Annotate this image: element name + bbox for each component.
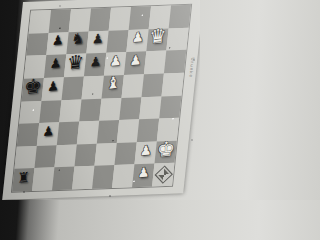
square-f5[interactable] bbox=[77, 121, 99, 144]
black-pawn[interactable]: ♟ bbox=[85, 54, 106, 69]
square-e6[interactable] bbox=[59, 99, 81, 122]
white-pawn[interactable]: ♟ bbox=[128, 30, 149, 45]
square-a3[interactable] bbox=[129, 6, 151, 29]
square-d6[interactable] bbox=[62, 76, 84, 99]
square-h1[interactable] bbox=[152, 163, 174, 186]
square-a6[interactable] bbox=[69, 8, 91, 31]
square-c3[interactable]: ♟ bbox=[124, 51, 146, 74]
square-b5[interactable]: ♟ bbox=[86, 30, 108, 53]
square-a8[interactable] bbox=[29, 10, 51, 33]
black-pawn[interactable]: ♟ bbox=[48, 33, 69, 48]
black-rook[interactable]: ♜ bbox=[13, 169, 34, 185]
square-d3[interactable] bbox=[122, 74, 144, 97]
square-d7[interactable]: ♟ bbox=[42, 77, 64, 100]
square-h4[interactable] bbox=[92, 165, 114, 188]
square-e1[interactable] bbox=[159, 95, 181, 118]
square-b4[interactable] bbox=[106, 30, 128, 53]
square-e3[interactable] bbox=[119, 97, 141, 120]
square-h2[interactable]: ♟ bbox=[132, 164, 154, 187]
black-pawn[interactable]: ♟ bbox=[43, 78, 64, 93]
square-e8[interactable] bbox=[19, 100, 41, 123]
board-grid: ♟♞♟♟♛♟♛♟♟♟♚♟♝♟♟♚♜♟ bbox=[11, 4, 192, 193]
square-d8[interactable]: ♚ bbox=[22, 78, 44, 101]
square-d1[interactable] bbox=[162, 73, 184, 96]
white-king[interactable]: ♚ bbox=[156, 138, 177, 160]
square-g4[interactable] bbox=[94, 143, 116, 166]
square-e4[interactable] bbox=[99, 97, 121, 120]
white-pawn[interactable]: ♟ bbox=[105, 53, 126, 68]
board-edge-text: Drueke bbox=[188, 57, 195, 78]
black-king[interactable]: ♚ bbox=[23, 75, 44, 97]
square-c6[interactable]: ♛ bbox=[64, 54, 86, 77]
square-h3[interactable] bbox=[112, 165, 134, 188]
square-f2[interactable] bbox=[137, 119, 159, 142]
square-g8[interactable] bbox=[14, 146, 36, 169]
square-d5[interactable] bbox=[82, 76, 104, 99]
square-f8[interactable] bbox=[17, 123, 39, 146]
white-pawn[interactable]: ♟ bbox=[133, 165, 154, 180]
black-pawn[interactable]: ♟ bbox=[88, 31, 109, 46]
square-g7[interactable] bbox=[34, 145, 56, 168]
square-h8[interactable]: ♜ bbox=[12, 168, 34, 191]
black-pawn[interactable]: ♟ bbox=[45, 56, 66, 71]
square-d4[interactable]: ♝ bbox=[102, 75, 124, 98]
square-f7[interactable]: ♟ bbox=[37, 122, 59, 145]
square-h6[interactable] bbox=[52, 167, 74, 190]
square-a7[interactable] bbox=[49, 9, 71, 32]
white-pawn[interactable]: ♟ bbox=[136, 142, 157, 157]
square-h5[interactable] bbox=[72, 166, 94, 189]
square-g2[interactable]: ♟ bbox=[134, 141, 156, 164]
square-g1[interactable]: ♚ bbox=[154, 140, 176, 163]
square-f6[interactable] bbox=[57, 122, 79, 145]
square-f3[interactable] bbox=[117, 119, 139, 142]
square-e7[interactable] bbox=[39, 100, 61, 123]
square-b3[interactable]: ♟ bbox=[126, 29, 148, 52]
square-d2[interactable] bbox=[142, 73, 164, 96]
white-queen[interactable]: ♛ bbox=[147, 26, 168, 47]
square-b2[interactable]: ♛ bbox=[146, 28, 168, 51]
square-a4[interactable] bbox=[109, 7, 131, 30]
square-a1[interactable] bbox=[169, 5, 191, 28]
square-c7[interactable]: ♟ bbox=[44, 54, 66, 77]
square-b8[interactable] bbox=[26, 33, 48, 56]
square-g5[interactable] bbox=[74, 143, 96, 166]
white-pawn[interactable]: ♟ bbox=[125, 53, 146, 68]
black-pawn[interactable]: ♟ bbox=[38, 123, 59, 138]
square-g3[interactable] bbox=[114, 142, 136, 165]
square-e5[interactable] bbox=[79, 98, 101, 121]
chess-board: ♟♞♟♟♛♟♛♟♟♟♚♟♝♟♟♚♜♟ Drueke bbox=[2, 0, 200, 200]
square-c5[interactable]: ♟ bbox=[84, 53, 106, 76]
square-c4[interactable]: ♟ bbox=[104, 52, 126, 75]
square-c2[interactable] bbox=[144, 51, 166, 74]
black-knight[interactable]: ♞ bbox=[67, 31, 88, 48]
square-b7[interactable]: ♟ bbox=[46, 32, 68, 55]
white-bishop[interactable]: ♝ bbox=[103, 74, 124, 92]
square-a5[interactable] bbox=[89, 8, 111, 31]
black-queen[interactable]: ♛ bbox=[65, 52, 86, 73]
square-e2[interactable] bbox=[139, 96, 161, 119]
square-g6[interactable] bbox=[54, 144, 76, 167]
square-h7[interactable] bbox=[32, 168, 54, 191]
corner-ornament-icon bbox=[154, 166, 172, 184]
square-f4[interactable] bbox=[97, 120, 119, 143]
square-c1[interactable] bbox=[164, 50, 186, 73]
photo-background: { "game": "chess", "position": { "fen": … bbox=[0, 0, 200, 200]
square-b1[interactable] bbox=[166, 27, 188, 50]
